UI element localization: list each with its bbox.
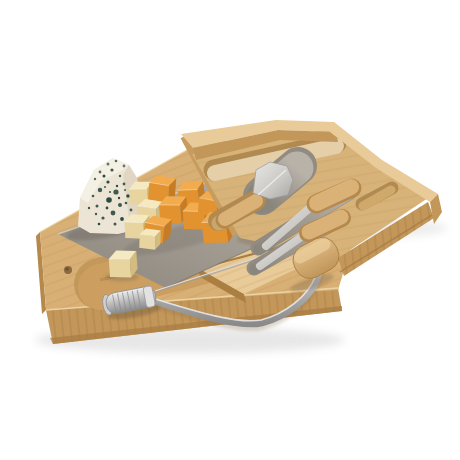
cheese-board-scene	[0, 0, 460, 460]
product-photo	[0, 0, 460, 460]
dowel-hole-center	[65, 267, 68, 270]
